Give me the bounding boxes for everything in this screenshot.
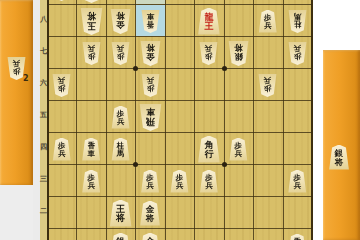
shogi-app-window: 香車角行玉将金将香車龍王歩兵桂馬歩兵歩兵金将歩兵銀将歩兵歩兵歩兵歩兵飛車歩兵歩兵…: [0, 0, 360, 240]
sente-hand-tray[interactable]: 歩兵2: [0, 0, 33, 185]
board-grid-line: [47, 4, 312, 5]
rank-label: 五: [39, 111, 48, 120]
piece-kanji: 歩兵: [235, 142, 243, 158]
rank-label: 三: [39, 175, 48, 184]
piece-kanji: 歩兵: [264, 14, 272, 30]
shogi-piece-sente[interactable]: 金将: [140, 41, 161, 66]
piece-kanji: 歩兵: [58, 76, 66, 92]
piece-kanji: 桂馬: [293, 12, 301, 28]
hoshi-point-icon: [222, 162, 227, 167]
shogi-piece-sente[interactable]: 金将: [110, 9, 131, 34]
shogi-piece-gote[interactable]: 香車: [82, 138, 101, 161]
gote-hand-tray[interactable]: 銀将: [323, 50, 360, 240]
piece-kanji: 銀将: [234, 43, 243, 61]
hoshi-point-icon: [133, 66, 138, 71]
shogi-piece-sente[interactable]: 飛車: [139, 104, 162, 131]
piece-kanji: 桂馬: [117, 142, 125, 158]
board-grid-line: [47, 132, 312, 133]
shogi-piece-gote[interactable]: 歩兵: [258, 10, 277, 33]
shogi-piece-sente[interactable]: 歩兵: [199, 42, 218, 65]
piece-kanji: 歩兵: [176, 174, 184, 190]
shogi-piece-sente[interactable]: 玉将: [80, 8, 103, 35]
shogi-piece-gote[interactable]: 歩兵: [52, 138, 71, 161]
shogi-piece-sente[interactable]: 桂馬: [288, 10, 307, 33]
rank-label: 四: [39, 143, 48, 152]
board-grid-line: [47, 228, 312, 229]
shogi-piece-gote[interactable]: 銀将: [329, 145, 350, 170]
board-grid-line: [47, 68, 312, 69]
piece-kanji: 香車: [146, 12, 154, 28]
shogi-piece-sente[interactable]: 歩兵: [52, 74, 71, 97]
rank-label: 二: [39, 207, 48, 216]
shogi-piece-gote[interactable]: 銀将: [110, 233, 131, 240]
shogi-piece-gote[interactable]: 歩兵: [111, 106, 130, 129]
piece-kanji: 歩兵: [117, 44, 125, 60]
shogi-piece-gote[interactable]: 金将: [140, 233, 161, 240]
shogi-piece-sente[interactable]: 歩兵: [141, 74, 160, 97]
piece-kanji: 飛車: [146, 107, 155, 126]
piece-kanji: 角行: [204, 141, 213, 160]
piece-kanji: 歩兵: [205, 44, 213, 60]
piece-kanji: 歩兵: [87, 174, 95, 190]
piece-kanji: 歩兵: [87, 44, 95, 60]
piece-kanji: 歩兵: [58, 142, 66, 158]
piece-kanji: 歩兵: [264, 76, 272, 92]
shogi-piece-gote[interactable]: 歩兵: [229, 138, 248, 161]
board-grid-line: [47, 100, 312, 101]
piece-kanji: 香車: [87, 142, 95, 158]
shogi-piece-sente[interactable]: 歩兵: [288, 42, 307, 65]
shogi-piece-gote[interactable]: 龍王: [197, 8, 220, 35]
shogi-piece-gote[interactable]: 香車: [288, 234, 307, 240]
piece-kanji: 歩兵: [146, 174, 154, 190]
shogi-piece-sente[interactable]: 香車: [52, 0, 71, 1]
shogi-piece-gote[interactable]: 角行: [197, 136, 220, 163]
rank-label: 七: [39, 47, 48, 56]
piece-kanji: 銀将: [335, 149, 344, 167]
shogi-piece-sente[interactable]: 角行: [80, 0, 103, 3]
last-move-from-highlight: [136, 0, 165, 4]
rank-label: 八: [39, 15, 48, 24]
piece-kanji: 金将: [116, 11, 125, 29]
piece-kanji: 金将: [146, 43, 155, 61]
shogi-board[interactable]: 香車角行玉将金将香車龍王歩兵桂馬歩兵歩兵金将歩兵銀将歩兵歩兵歩兵歩兵飛車歩兵歩兵…: [47, 0, 312, 240]
piece-kanji: 歩兵: [293, 174, 301, 190]
piece-kanji: 歩兵: [205, 174, 213, 190]
shogi-piece-sente[interactable]: 歩兵: [82, 42, 101, 65]
hoshi-point-icon: [222, 66, 227, 71]
background-lower-left: [0, 185, 33, 240]
shogi-piece-sente[interactable]: 歩兵: [111, 42, 130, 65]
shogi-piece-gote[interactable]: 桂馬: [111, 138, 130, 161]
rank-label: 六: [39, 79, 48, 88]
piece-kanji: 歩兵: [117, 110, 125, 126]
board-grid-line: [47, 196, 312, 197]
piece-kanji: 玉将: [87, 11, 96, 30]
shogi-piece-gote[interactable]: 歩兵: [141, 170, 160, 193]
shogi-piece-sente[interactable]: 歩兵: [258, 74, 277, 97]
shogi-piece-sente[interactable]: 銀将: [228, 41, 249, 66]
board-grid-line: [47, 36, 312, 37]
shogi-piece-gote[interactable]: 歩兵: [199, 170, 218, 193]
shogi-piece-gote[interactable]: 王将: [109, 200, 132, 227]
piece-kanji: 歩兵: [293, 44, 301, 60]
piece-kanji: 龍王: [204, 13, 213, 32]
shogi-piece-gote[interactable]: 金将: [140, 201, 161, 226]
piece-kanji: 金将: [146, 205, 155, 223]
board-grid-line: [47, 164, 312, 165]
hand-piece-count: 2: [23, 74, 29, 83]
piece-kanji: 歩兵: [146, 76, 154, 92]
piece-kanji: 王将: [116, 205, 125, 224]
shogi-piece-gote[interactable]: 歩兵: [82, 170, 101, 193]
shogi-piece-gote[interactable]: 歩兵: [288, 170, 307, 193]
shogi-piece-gote[interactable]: 歩兵: [170, 170, 189, 193]
piece-kanji: 歩兵: [12, 59, 20, 75]
hoshi-point-icon: [133, 162, 138, 167]
